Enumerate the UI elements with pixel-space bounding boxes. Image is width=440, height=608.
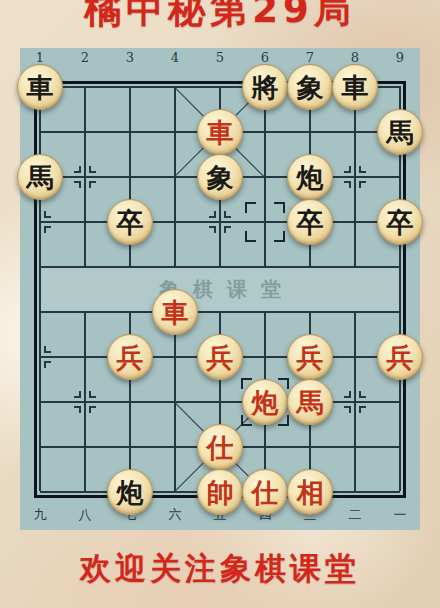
point-mark	[74, 166, 81, 173]
point-mark	[89, 406, 96, 413]
point-mark	[74, 406, 81, 413]
piece-label: 卒	[297, 209, 324, 236]
marker-corner	[278, 378, 289, 389]
piece-label: 炮	[117, 479, 144, 506]
piece-red-soldier[interactable]: 兵	[197, 334, 243, 380]
piece-label: 象	[297, 74, 324, 101]
file-label-top: 3	[126, 50, 134, 66]
piece-label: 兵	[387, 344, 414, 371]
point-mark	[359, 391, 366, 398]
marker-corner	[241, 415, 252, 426]
file-label-bottom: 二	[349, 507, 362, 523]
point-mark	[359, 406, 366, 413]
marker-corner	[278, 415, 289, 426]
point-mark	[89, 166, 96, 173]
point-mark	[359, 181, 366, 188]
piece-label: 仕	[252, 479, 279, 506]
piece-black-cannon[interactable]: 炮	[107, 469, 153, 515]
piece-label: 車	[162, 299, 189, 326]
grid-line	[39, 86, 41, 491]
piece-black-horse[interactable]: 馬	[17, 154, 63, 200]
grid-line	[84, 311, 86, 491]
piece-red-advisor[interactable]: 仕	[242, 469, 288, 515]
piece-black-general[interactable]: 將	[242, 64, 288, 110]
point-mark	[224, 211, 231, 218]
footer-banner: 欢迎关注象棋课堂	[0, 548, 440, 590]
point-mark	[74, 391, 81, 398]
piece-label: 車	[27, 74, 54, 101]
piece-black-chariot[interactable]: 車	[332, 64, 378, 110]
piece-black-soldier[interactable]: 卒	[377, 199, 423, 245]
piece-red-horse[interactable]: 馬	[287, 379, 333, 425]
file-label-top: 2	[81, 50, 89, 66]
piece-red-soldier[interactable]: 兵	[287, 334, 333, 380]
point-mark	[44, 211, 51, 218]
grid-line	[354, 311, 356, 491]
piece-black-cannon[interactable]: 炮	[287, 154, 333, 200]
piece-label: 車	[207, 119, 234, 146]
piece-black-horse[interactable]: 馬	[377, 109, 423, 155]
file-label-top: 4	[171, 50, 179, 66]
piece-label: 將	[252, 74, 279, 101]
point-mark	[224, 226, 231, 233]
piece-label: 象	[207, 164, 234, 191]
piece-label: 車	[342, 74, 369, 101]
piece-black-elephant[interactable]: 象	[197, 154, 243, 200]
point-mark	[89, 181, 96, 188]
file-label-bottom: 六	[169, 507, 182, 523]
file-label-bottom: 八	[79, 507, 92, 523]
grid-line	[40, 266, 400, 268]
marker-corner	[274, 202, 285, 213]
point-mark	[44, 361, 51, 368]
point-mark	[209, 211, 216, 218]
piece-label: 帥	[207, 479, 234, 506]
last-move-from-marker	[245, 202, 285, 242]
puzzle-title: 橘中秘第29局	[0, 0, 440, 35]
piece-red-soldier[interactable]: 兵	[107, 334, 153, 380]
file-label-bottom: 一	[394, 507, 407, 523]
piece-label: 仕	[207, 434, 234, 461]
file-label-top: 9	[396, 50, 404, 66]
file-label-top: 5	[216, 50, 224, 66]
piece-label: 馬	[387, 119, 414, 146]
piece-red-chariot[interactable]: 車	[152, 289, 198, 335]
marker-corner	[274, 231, 285, 242]
piece-label: 兵	[117, 344, 144, 371]
piece-red-soldier[interactable]: 兵	[377, 334, 423, 380]
xiangqi-board[interactable]: 象棋课堂 車將象車車馬馬象炮卒卒卒車兵兵兵兵炮馬仕炮帥仕相123456789九八…	[20, 48, 420, 530]
grid-line	[354, 86, 356, 266]
piece-red-chariot[interactable]: 車	[197, 109, 243, 155]
piece-black-chariot[interactable]: 車	[17, 64, 63, 110]
piece-red-elephant[interactable]: 相	[287, 469, 333, 515]
marker-corner	[245, 202, 256, 213]
point-mark	[44, 226, 51, 233]
piece-black-soldier[interactable]: 卒	[287, 199, 333, 245]
point-mark	[344, 166, 351, 173]
point-mark	[44, 346, 51, 353]
piece-black-elephant[interactable]: 象	[287, 64, 333, 110]
last-move-to-marker	[241, 378, 289, 426]
point-mark	[359, 166, 366, 173]
marker-corner	[241, 378, 252, 389]
piece-label: 兵	[297, 344, 324, 371]
piece-label: 卒	[117, 209, 144, 236]
piece-red-advisor[interactable]: 仕	[197, 424, 243, 470]
marker-corner	[245, 231, 256, 242]
page: { "game": "xiangqi", "title": "橘中秘第29局",…	[0, 0, 440, 608]
piece-label: 馬	[27, 164, 54, 191]
piece-label: 馬	[297, 389, 324, 416]
point-mark	[344, 406, 351, 413]
file-label-bottom: 九	[34, 507, 47, 523]
grid-line	[84, 86, 86, 266]
piece-label: 相	[297, 479, 324, 506]
point-mark	[344, 181, 351, 188]
board-panel: 象棋课堂 車將象車車馬馬象炮卒卒卒車兵兵兵兵炮馬仕炮帥仕相123456789九八…	[20, 48, 420, 530]
point-mark	[89, 391, 96, 398]
point-mark	[209, 226, 216, 233]
piece-black-soldier[interactable]: 卒	[107, 199, 153, 245]
piece-label: 兵	[207, 344, 234, 371]
piece-red-general[interactable]: 帥	[197, 469, 243, 515]
point-mark	[344, 391, 351, 398]
piece-label: 炮	[297, 164, 324, 191]
point-mark	[74, 181, 81, 188]
piece-label: 卒	[387, 209, 414, 236]
